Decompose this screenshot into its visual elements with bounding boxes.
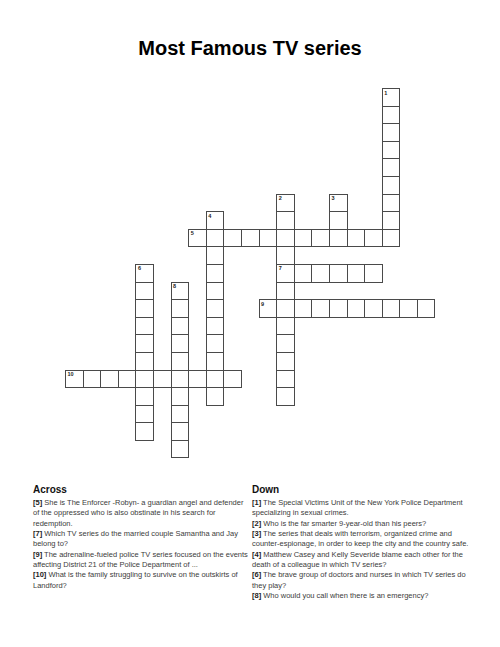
grid-cell[interactable] bbox=[276, 387, 295, 406]
clue-across-10: [10] What is the family struggling to su… bbox=[33, 570, 249, 591]
grid-cell[interactable] bbox=[382, 141, 401, 160]
clue-number-label: [4] bbox=[252, 550, 261, 559]
grid-cell[interactable] bbox=[276, 317, 295, 336]
clue-down-1: [1] The Special Victims Unit of the New … bbox=[252, 498, 481, 519]
grid-cell[interactable]: 4 bbox=[206, 211, 225, 230]
grid-cell[interactable] bbox=[118, 370, 137, 389]
clue-number: 2 bbox=[279, 195, 282, 201]
grid-cell[interactable] bbox=[135, 370, 154, 389]
grid-cell[interactable] bbox=[153, 370, 172, 389]
grid-cell[interactable] bbox=[171, 370, 190, 389]
grid-cell[interactable] bbox=[206, 370, 225, 389]
grid-cell[interactable] bbox=[223, 370, 242, 389]
clue-across-9: [9] The adrenaline-fueled police TV seri… bbox=[33, 550, 249, 571]
down-header: Down bbox=[252, 484, 481, 496]
grid-cell[interactable]: 9 bbox=[259, 299, 278, 318]
grid-cell[interactable]: 3 bbox=[329, 194, 348, 213]
grid-cell[interactable] bbox=[294, 299, 313, 318]
grid-cell[interactable] bbox=[206, 352, 225, 371]
grid-cell[interactable] bbox=[171, 352, 190, 371]
clue-number: 10 bbox=[68, 371, 74, 377]
grid-cell[interactable] bbox=[100, 370, 119, 389]
clue-number-label: [5] bbox=[33, 498, 42, 507]
grid-cell[interactable]: 2 bbox=[276, 194, 295, 213]
grid-cell[interactable] bbox=[311, 264, 330, 283]
grid-cell[interactable]: 8 bbox=[171, 282, 190, 301]
grid-cell[interactable] bbox=[135, 299, 154, 318]
grid-cell[interactable] bbox=[135, 422, 154, 441]
clue-number-label: [9] bbox=[33, 550, 42, 559]
grid-cell[interactable]: 6 bbox=[135, 264, 154, 283]
grid-cell[interactable] bbox=[171, 405, 190, 424]
grid-cell[interactable] bbox=[382, 158, 401, 177]
clue-number: 1 bbox=[384, 90, 387, 96]
grid-cell[interactable] bbox=[382, 229, 401, 248]
clue-number: 5 bbox=[191, 230, 194, 236]
grid-cell[interactable] bbox=[417, 299, 436, 318]
clue-number-label: [7] bbox=[33, 529, 42, 538]
grid-cell[interactable] bbox=[347, 229, 366, 248]
grid-cell[interactable] bbox=[135, 387, 154, 406]
grid-cell[interactable]: 10 bbox=[65, 370, 84, 389]
down-clues: Down [1] The Special Victims Unit of the… bbox=[252, 484, 481, 601]
grid-cell[interactable] bbox=[364, 229, 383, 248]
clue-number-label: [10] bbox=[33, 570, 46, 579]
clue-across-5: [5] She is The Enforcer -Robyn- a guardi… bbox=[33, 498, 249, 529]
clue-number: 3 bbox=[331, 195, 334, 201]
grid-cell[interactable] bbox=[276, 334, 295, 353]
grid-cell[interactable] bbox=[329, 264, 348, 283]
grid-cell[interactable] bbox=[329, 299, 348, 318]
down-clue-list: [1] The Special Victims Unit of the New … bbox=[252, 498, 481, 601]
clue-number: 9 bbox=[261, 301, 264, 307]
grid-cell[interactable] bbox=[276, 370, 295, 389]
grid-cell[interactable] bbox=[364, 264, 383, 283]
grid-cell[interactable] bbox=[171, 440, 190, 459]
clue-number: 4 bbox=[208, 213, 211, 219]
grid-cell[interactable] bbox=[382, 211, 401, 230]
clue-number-label: [2] bbox=[252, 519, 261, 528]
grid-cell[interactable] bbox=[276, 229, 295, 248]
clue-down-6: [6] The brave group of doctors and nurse… bbox=[252, 570, 481, 591]
grid-cell[interactable] bbox=[294, 264, 313, 283]
grid-cell[interactable] bbox=[276, 246, 295, 265]
clue-across-7: [7] Which TV series do the married coupl… bbox=[33, 529, 249, 550]
grid-cell[interactable] bbox=[311, 299, 330, 318]
grid-cell[interactable] bbox=[382, 299, 401, 318]
grid-cell[interactable] bbox=[206, 264, 225, 283]
grid-cell[interactable] bbox=[206, 387, 225, 406]
grid-cell[interactable] bbox=[135, 282, 154, 301]
clue-down-2: [2] Who is the far smarter 9-year-old th… bbox=[252, 519, 481, 529]
grid-cell[interactable] bbox=[223, 229, 242, 248]
grid-cell[interactable] bbox=[206, 317, 225, 336]
grid-cell[interactable] bbox=[294, 229, 313, 248]
grid-cell[interactable] bbox=[382, 106, 401, 125]
grid-cell[interactable] bbox=[364, 299, 383, 318]
grid-cell[interactable] bbox=[135, 352, 154, 371]
grid-cell[interactable] bbox=[206, 334, 225, 353]
clue-down-8: [8] Who would you call when there is an … bbox=[252, 591, 481, 601]
grid-cell[interactable] bbox=[276, 282, 295, 301]
grid-cell[interactable] bbox=[206, 246, 225, 265]
grid-cell[interactable] bbox=[347, 299, 366, 318]
grid-cell[interactable] bbox=[276, 352, 295, 371]
grid-cell[interactable] bbox=[206, 299, 225, 318]
grid-cell[interactable] bbox=[83, 370, 102, 389]
grid-cell[interactable] bbox=[399, 299, 418, 318]
grid-cell[interactable] bbox=[188, 370, 207, 389]
across-header: Across bbox=[33, 484, 249, 496]
grid-cell[interactable]: 5 bbox=[188, 229, 207, 248]
crossword-worksheet: Most Famous TV series 12345678910 Across… bbox=[0, 0, 500, 647]
crossword-grid: 12345678910 bbox=[65, 88, 436, 459]
clue-down-3: [3] The series that deals with terrorism… bbox=[252, 529, 481, 550]
clue-number-label: [8] bbox=[252, 591, 261, 600]
clue-number: 7 bbox=[279, 265, 282, 271]
grid-cell[interactable] bbox=[171, 387, 190, 406]
grid-cell[interactable]: 1 bbox=[382, 88, 401, 107]
clue-number-label: [3] bbox=[252, 529, 261, 538]
grid-cell[interactable] bbox=[171, 299, 190, 318]
grid-cell[interactable] bbox=[329, 211, 348, 230]
clue-number: 8 bbox=[173, 283, 176, 289]
clue-number: 6 bbox=[138, 265, 141, 271]
grid-cell[interactable] bbox=[135, 317, 154, 336]
grid-cell[interactable]: 7 bbox=[276, 264, 295, 283]
grid-cell[interactable] bbox=[206, 229, 225, 248]
grid-cell[interactable] bbox=[171, 317, 190, 336]
grid-cell[interactable] bbox=[276, 211, 295, 230]
grid-cell[interactable] bbox=[135, 405, 154, 424]
grid-cell[interactable] bbox=[135, 334, 154, 353]
clue-down-4: [4] Matthew Casey and Kelly Severide bla… bbox=[252, 550, 481, 571]
grid-cell[interactable] bbox=[329, 229, 348, 248]
across-clue-list: [5] She is The Enforcer -Robyn- a guardi… bbox=[33, 498, 249, 591]
clue-number-label: [6] bbox=[252, 570, 261, 579]
grid-cell[interactable] bbox=[311, 229, 330, 248]
grid-cell[interactable] bbox=[241, 229, 260, 248]
clue-number-label: [1] bbox=[252, 498, 261, 507]
grid-cell[interactable] bbox=[206, 282, 225, 301]
grid-cell[interactable] bbox=[382, 194, 401, 213]
grid-cell[interactable] bbox=[171, 334, 190, 353]
grid-cell[interactable] bbox=[171, 422, 190, 441]
grid-cell[interactable] bbox=[382, 123, 401, 142]
grid-cell[interactable] bbox=[276, 299, 295, 318]
puzzle-title: Most Famous TV series bbox=[0, 36, 500, 60]
grid-cell[interactable] bbox=[347, 264, 366, 283]
across-clues: Across [5] She is The Enforcer -Robyn- a… bbox=[33, 484, 249, 591]
grid-cell[interactable] bbox=[382, 176, 401, 195]
grid-cell[interactable] bbox=[259, 229, 278, 248]
